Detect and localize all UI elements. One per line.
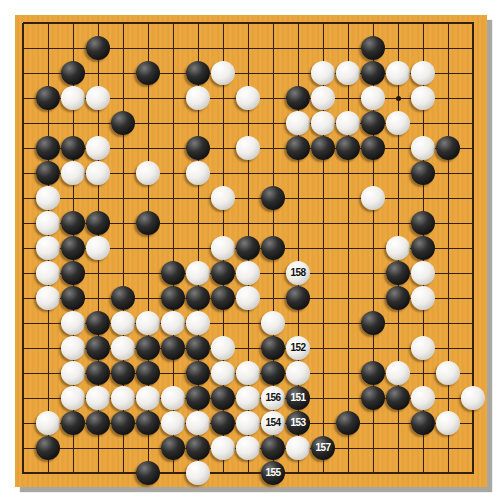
black-stone-move-153[interactable]: 153 <box>286 411 310 435</box>
black-stone[interactable] <box>36 136 60 160</box>
grid-line-vertical <box>448 23 449 474</box>
white-stone[interactable] <box>236 286 260 310</box>
black-stone[interactable] <box>36 161 60 185</box>
black-stone[interactable] <box>136 411 160 435</box>
black-stone[interactable] <box>311 136 335 160</box>
white-stone[interactable] <box>211 236 235 260</box>
white-stone[interactable] <box>186 261 210 285</box>
white-stone[interactable] <box>236 136 260 160</box>
white-stone[interactable] <box>236 261 260 285</box>
white-stone[interactable] <box>86 161 110 185</box>
black-stone[interactable] <box>436 136 460 160</box>
black-stone[interactable] <box>361 311 385 335</box>
white-stone[interactable] <box>186 411 210 435</box>
black-stone[interactable] <box>86 311 110 335</box>
white-stone[interactable] <box>136 311 160 335</box>
black-stone[interactable] <box>161 261 185 285</box>
black-stone[interactable] <box>111 361 135 385</box>
white-stone[interactable] <box>161 311 185 335</box>
white-stone[interactable] <box>236 361 260 385</box>
white-stone[interactable] <box>236 436 260 460</box>
white-stone-move-158[interactable]: 158 <box>286 261 310 285</box>
black-stone[interactable] <box>386 286 410 310</box>
black-stone[interactable] <box>386 261 410 285</box>
black-stone[interactable] <box>86 211 110 235</box>
white-stone[interactable] <box>61 161 85 185</box>
black-stone[interactable] <box>161 286 185 310</box>
white-stone[interactable] <box>411 286 435 310</box>
black-stone[interactable] <box>336 411 360 435</box>
black-stone[interactable] <box>286 286 310 310</box>
white-stone[interactable] <box>111 336 135 360</box>
black-stone[interactable] <box>411 161 435 185</box>
black-stone[interactable] <box>361 361 385 385</box>
white-stone[interactable] <box>311 61 335 85</box>
white-stone[interactable] <box>386 361 410 385</box>
white-stone[interactable] <box>86 236 110 260</box>
black-stone[interactable] <box>186 336 210 360</box>
black-stone[interactable] <box>61 211 85 235</box>
white-stone[interactable] <box>61 86 85 110</box>
black-stone[interactable] <box>361 111 385 135</box>
white-stone[interactable] <box>86 386 110 410</box>
white-stone[interactable] <box>211 436 235 460</box>
white-stone[interactable] <box>36 186 60 210</box>
black-stone[interactable] <box>211 386 235 410</box>
black-stone[interactable] <box>361 136 385 160</box>
white-stone[interactable] <box>211 336 235 360</box>
black-stone[interactable] <box>211 286 235 310</box>
black-stone[interactable] <box>86 361 110 385</box>
white-stone[interactable] <box>111 311 135 335</box>
white-stone[interactable] <box>286 436 310 460</box>
black-stone[interactable] <box>361 36 385 60</box>
white-stone[interactable] <box>61 386 85 410</box>
black-stone[interactable] <box>186 136 210 160</box>
white-stone[interactable] <box>386 61 410 85</box>
black-stone[interactable] <box>136 461 160 485</box>
black-stone[interactable] <box>411 211 435 235</box>
white-stone[interactable] <box>186 311 210 335</box>
black-stone[interactable] <box>61 136 85 160</box>
black-stone[interactable] <box>186 386 210 410</box>
black-stone[interactable] <box>111 111 135 135</box>
black-stone[interactable] <box>261 236 285 260</box>
white-stone[interactable] <box>461 386 485 410</box>
white-stone[interactable] <box>36 411 60 435</box>
grid-line-horizontal <box>23 472 474 474</box>
white-stone[interactable] <box>136 386 160 410</box>
black-stone[interactable] <box>111 411 135 435</box>
black-stone[interactable] <box>261 186 285 210</box>
white-stone[interactable] <box>36 236 60 260</box>
black-stone[interactable] <box>161 436 185 460</box>
black-stone[interactable] <box>236 236 260 260</box>
black-stone-move-157[interactable]: 157 <box>311 436 335 460</box>
black-stone[interactable] <box>186 361 210 385</box>
black-stone[interactable] <box>261 436 285 460</box>
white-stone[interactable] <box>436 361 460 385</box>
white-stone[interactable] <box>411 61 435 85</box>
white-stone[interactable] <box>236 86 260 110</box>
white-stone[interactable] <box>61 361 85 385</box>
white-stone[interactable] <box>386 111 410 135</box>
white-stone[interactable] <box>211 61 235 85</box>
black-stone[interactable] <box>36 436 60 460</box>
go-board[interactable]: 158152156151154153157155 <box>15 15 487 487</box>
white-stone[interactable] <box>161 411 185 435</box>
black-stone[interactable] <box>36 86 60 110</box>
black-stone[interactable] <box>86 36 110 60</box>
white-stone[interactable] <box>61 336 85 360</box>
black-stone-move-155[interactable]: 155 <box>261 461 285 485</box>
black-stone-move-151[interactable]: 151 <box>286 386 310 410</box>
white-stone[interactable] <box>186 86 210 110</box>
white-stone[interactable] <box>36 261 60 285</box>
white-stone-move-152[interactable]: 152 <box>286 336 310 360</box>
white-stone[interactable] <box>36 286 60 310</box>
black-stone[interactable] <box>61 236 85 260</box>
white-stone[interactable] <box>236 411 260 435</box>
white-stone[interactable] <box>436 411 460 435</box>
white-stone-move-156[interactable]: 156 <box>261 386 285 410</box>
white-stone-move-154[interactable]: 154 <box>261 411 285 435</box>
grid-line-vertical <box>348 23 349 474</box>
white-stone[interactable] <box>336 61 360 85</box>
white-stone[interactable] <box>411 86 435 110</box>
black-stone[interactable] <box>61 286 85 310</box>
black-stone[interactable] <box>386 386 410 410</box>
black-stone[interactable] <box>411 411 435 435</box>
black-stone[interactable] <box>86 411 110 435</box>
black-stone[interactable] <box>411 236 435 260</box>
black-stone[interactable] <box>136 361 160 385</box>
black-stone[interactable] <box>61 261 85 285</box>
black-stone[interactable] <box>186 286 210 310</box>
white-stone[interactable] <box>111 386 135 410</box>
black-stone[interactable] <box>186 436 210 460</box>
black-stone[interactable] <box>211 261 235 285</box>
white-stone[interactable] <box>211 361 235 385</box>
black-stone[interactable] <box>361 61 385 85</box>
star-point <box>396 96 401 101</box>
white-stone[interactable] <box>386 236 410 260</box>
white-stone[interactable] <box>311 86 335 110</box>
white-stone[interactable] <box>86 136 110 160</box>
black-stone[interactable] <box>186 61 210 85</box>
black-stone[interactable] <box>211 411 235 435</box>
black-stone[interactable] <box>286 86 310 110</box>
black-stone[interactable] <box>336 136 360 160</box>
white-stone[interactable] <box>286 111 310 135</box>
white-stone[interactable] <box>61 311 85 335</box>
white-stone[interactable] <box>186 161 210 185</box>
white-stone[interactable] <box>186 461 210 485</box>
white-stone[interactable] <box>261 311 285 335</box>
black-stone[interactable] <box>111 286 135 310</box>
white-stone[interactable] <box>286 361 310 385</box>
black-stone[interactable] <box>61 61 85 85</box>
black-stone[interactable] <box>136 61 160 85</box>
white-stone[interactable] <box>311 111 335 135</box>
white-stone[interactable] <box>336 111 360 135</box>
white-stone[interactable] <box>211 186 235 210</box>
white-stone[interactable] <box>361 186 385 210</box>
black-stone[interactable] <box>161 336 185 360</box>
white-stone[interactable] <box>361 86 385 110</box>
black-stone[interactable] <box>261 336 285 360</box>
white-stone[interactable] <box>411 136 435 160</box>
white-stone[interactable] <box>411 336 435 360</box>
black-stone[interactable] <box>361 386 385 410</box>
white-stone[interactable] <box>411 261 435 285</box>
white-stone[interactable] <box>161 386 185 410</box>
white-stone[interactable] <box>136 161 160 185</box>
black-stone[interactable] <box>136 211 160 235</box>
black-stone[interactable] <box>286 136 310 160</box>
black-stone[interactable] <box>86 336 110 360</box>
white-stone[interactable] <box>86 86 110 110</box>
white-stone[interactable] <box>236 386 260 410</box>
black-stone[interactable] <box>136 336 160 360</box>
black-stone[interactable] <box>261 361 285 385</box>
white-stone[interactable] <box>411 386 435 410</box>
black-stone[interactable] <box>61 411 85 435</box>
white-stone[interactable] <box>36 211 60 235</box>
